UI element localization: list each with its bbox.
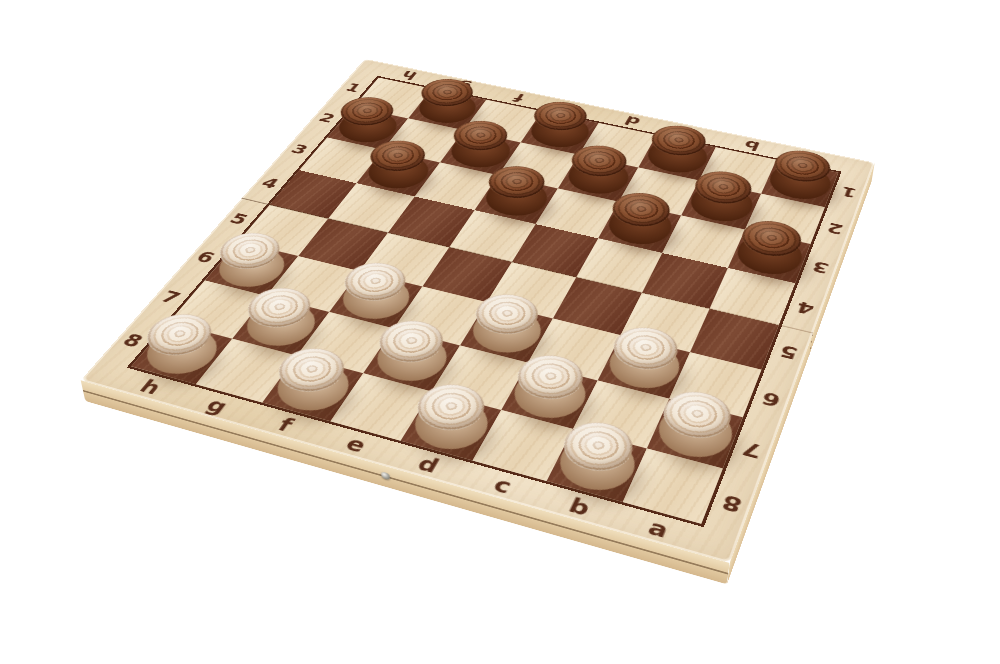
checkers-board: hgfedcba hgfedcba 12345678 12345678 [81, 59, 875, 563]
latch-pin [381, 471, 390, 480]
checker-light-f6[interactable] [335, 258, 414, 306]
board-top-surface: hgfedcba hgfedcba 12345678 12345678 [81, 59, 875, 563]
square-a3[interactable] [728, 230, 810, 284]
product-photo-scene: hgfedcba hgfedcba 12345678 12345678 [0, 0, 1000, 664]
checker-light-b6[interactable] [606, 322, 684, 375]
